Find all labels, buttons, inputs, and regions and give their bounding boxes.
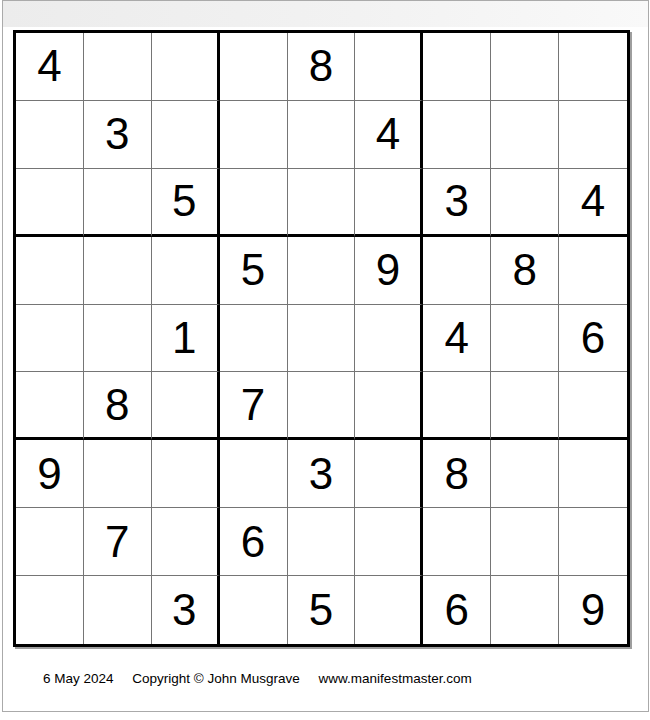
- sudoku-cell[interactable]: 9: [559, 576, 627, 644]
- sudoku-cell[interactable]: [220, 169, 288, 237]
- sudoku-cell[interactable]: 9: [16, 440, 84, 508]
- sudoku-cell[interactable]: [84, 440, 152, 508]
- sudoku-cell[interactable]: [84, 169, 152, 237]
- sudoku-cell[interactable]: 5: [220, 237, 288, 305]
- sudoku-cell[interactable]: [84, 305, 152, 373]
- header-band: [3, 1, 648, 27]
- sudoku-cell[interactable]: 4: [355, 101, 423, 169]
- sudoku-cell[interactable]: [355, 576, 423, 644]
- page-footer: 6 May 2024 Copyright © John Musgrave www…: [43, 671, 472, 686]
- sudoku-cell[interactable]: [491, 101, 559, 169]
- sudoku-cell[interactable]: [491, 508, 559, 576]
- sudoku-cell[interactable]: 3: [84, 101, 152, 169]
- sudoku-cell[interactable]: 6: [220, 508, 288, 576]
- sudoku-cell[interactable]: [16, 305, 84, 373]
- sudoku-cell[interactable]: [16, 508, 84, 576]
- sudoku-cell[interactable]: 7: [84, 508, 152, 576]
- sudoku-cell[interactable]: [288, 305, 356, 373]
- sudoku-cell[interactable]: [559, 101, 627, 169]
- sudoku-cell[interactable]: 4: [423, 305, 491, 373]
- sudoku-cell[interactable]: 3: [423, 169, 491, 237]
- sudoku-cell[interactable]: [16, 237, 84, 305]
- sudoku-cell[interactable]: [152, 508, 220, 576]
- sudoku-cell[interactable]: [152, 33, 220, 101]
- sudoku-cell[interactable]: [152, 372, 220, 440]
- sudoku-cell[interactable]: 3: [152, 576, 220, 644]
- sudoku-cell[interactable]: [559, 372, 627, 440]
- sudoku-cell[interactable]: [220, 440, 288, 508]
- sudoku-cell[interactable]: [491, 305, 559, 373]
- sudoku-cell[interactable]: [84, 576, 152, 644]
- sudoku-cell[interactable]: [84, 33, 152, 101]
- sudoku-board: 483453459814687938763569: [13, 30, 630, 647]
- sudoku-cell[interactable]: [152, 237, 220, 305]
- sudoku-cell[interactable]: 4: [559, 169, 627, 237]
- sudoku-cell[interactable]: [491, 169, 559, 237]
- sudoku-cell[interactable]: [220, 305, 288, 373]
- sudoku-cell[interactable]: 6: [423, 576, 491, 644]
- footer-copyright: Copyright © John Musgrave: [132, 671, 300, 686]
- sudoku-cell[interactable]: [491, 576, 559, 644]
- sudoku-cell[interactable]: [84, 237, 152, 305]
- sudoku-cell[interactable]: 7: [220, 372, 288, 440]
- sudoku-cell[interactable]: [16, 372, 84, 440]
- sudoku-cell[interactable]: [559, 440, 627, 508]
- page-frame: 483453459814687938763569 6 May 2024 Copy…: [2, 0, 649, 712]
- sudoku-cell[interactable]: [423, 33, 491, 101]
- sudoku-cell[interactable]: [220, 101, 288, 169]
- sudoku-cell[interactable]: [355, 440, 423, 508]
- sudoku-cell[interactable]: 5: [288, 576, 356, 644]
- sudoku-cell[interactable]: [152, 440, 220, 508]
- sudoku-cell[interactable]: 4: [16, 33, 84, 101]
- sudoku-cell[interactable]: 8: [491, 237, 559, 305]
- sudoku-cell[interactable]: [423, 237, 491, 305]
- sudoku-cell[interactable]: 5: [152, 169, 220, 237]
- sudoku-cell[interactable]: 8: [84, 372, 152, 440]
- sudoku-cell[interactable]: [423, 101, 491, 169]
- sudoku-cell[interactable]: 3: [288, 440, 356, 508]
- sudoku-cell[interactable]: [355, 33, 423, 101]
- sudoku-cell[interactable]: [220, 576, 288, 644]
- sudoku-cell[interactable]: [16, 576, 84, 644]
- sudoku-cell[interactable]: [355, 169, 423, 237]
- sudoku-cell[interactable]: 6: [559, 305, 627, 373]
- sudoku-cell[interactable]: [355, 372, 423, 440]
- sudoku-cell[interactable]: [491, 372, 559, 440]
- sudoku-cell[interactable]: [16, 101, 84, 169]
- sudoku-cell[interactable]: [288, 169, 356, 237]
- sudoku-cell[interactable]: [559, 33, 627, 101]
- footer-url: www.manifestmaster.com: [319, 671, 472, 686]
- sudoku-cell[interactable]: [152, 101, 220, 169]
- sudoku-cell[interactable]: 8: [423, 440, 491, 508]
- sudoku-cell[interactable]: [559, 508, 627, 576]
- sudoku-cell[interactable]: [288, 101, 356, 169]
- sudoku-cell[interactable]: 1: [152, 305, 220, 373]
- sudoku-cell[interactable]: [491, 33, 559, 101]
- sudoku-cell[interactable]: [220, 33, 288, 101]
- sudoku-cell[interactable]: [355, 508, 423, 576]
- footer-date: 6 May 2024: [43, 671, 114, 686]
- sudoku-cell[interactable]: [559, 237, 627, 305]
- sudoku-cell[interactable]: [16, 169, 84, 237]
- sudoku-cell[interactable]: 8: [288, 33, 356, 101]
- sudoku-cell[interactable]: [288, 372, 356, 440]
- sudoku-cell[interactable]: [491, 440, 559, 508]
- sudoku-cell[interactable]: 9: [355, 237, 423, 305]
- sudoku-cell[interactable]: [423, 372, 491, 440]
- sudoku-cell[interactable]: [288, 508, 356, 576]
- sudoku-cell[interactable]: [288, 237, 356, 305]
- sudoku-cell[interactable]: [423, 508, 491, 576]
- sudoku-cell[interactable]: [355, 305, 423, 373]
